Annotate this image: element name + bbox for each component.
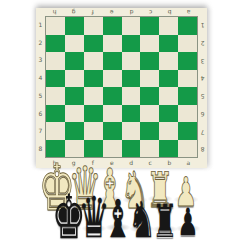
board-square <box>140 105 159 123</box>
coordinate-label: g <box>64 8 83 16</box>
board-square <box>84 52 103 70</box>
board-square <box>46 17 65 35</box>
board-square <box>178 35 197 53</box>
board-square <box>122 35 141 53</box>
board-squares <box>45 16 198 158</box>
chess-board: hgfedcba hgfedcba 12345678 12345678 <box>36 8 207 168</box>
coordinate-label: c <box>141 8 160 16</box>
coordinate-label: b <box>160 8 179 16</box>
board-square <box>84 17 103 35</box>
board-square <box>122 122 141 140</box>
coordinate-label: 5 <box>198 87 207 105</box>
board-square <box>46 105 65 123</box>
coordinate-label: 4 <box>198 69 207 87</box>
board-square <box>103 140 122 158</box>
board-square <box>178 70 197 88</box>
board-square <box>159 70 178 88</box>
board-square <box>103 35 122 53</box>
board-square <box>122 52 141 70</box>
board-square <box>122 105 141 123</box>
board-square <box>46 70 65 88</box>
file-labels-top: hgfedcba <box>45 8 198 16</box>
board-square <box>140 70 159 88</box>
board-square <box>159 52 178 70</box>
board-square <box>140 140 159 158</box>
board-square <box>84 105 103 123</box>
board-square <box>159 17 178 35</box>
black-pawn-piece: ♟ <box>168 204 209 240</box>
board-square <box>159 122 178 140</box>
board-square <box>103 87 122 105</box>
board-square <box>84 87 103 105</box>
board-square <box>178 140 197 158</box>
board-square <box>46 87 65 105</box>
board-square <box>122 140 141 158</box>
coordinate-label: 1 <box>36 16 45 34</box>
board-square <box>140 17 159 35</box>
board-square <box>122 17 141 35</box>
chess-set-product-photo: hgfedcba hgfedcba 12345678 12345678 ♚♛♝♞… <box>0 0 240 240</box>
board-square <box>103 122 122 140</box>
coordinate-label: 2 <box>36 34 45 52</box>
board-square <box>103 105 122 123</box>
board-square <box>122 87 141 105</box>
coordinate-label: f <box>83 8 102 16</box>
coordinate-label: h <box>45 8 64 16</box>
coordinate-label: 7 <box>36 123 45 141</box>
board-square <box>178 122 197 140</box>
coordinate-label: d <box>122 8 141 16</box>
coordinate-label: 6 <box>198 105 207 123</box>
board-square <box>140 87 159 105</box>
board-square <box>46 122 65 140</box>
board-square <box>65 35 84 53</box>
board-square <box>159 105 178 123</box>
board-square <box>46 52 65 70</box>
coordinate-label: a <box>179 158 198 168</box>
coordinate-label: 8 <box>198 140 207 158</box>
board-square <box>103 52 122 70</box>
rank-labels-right: 12345678 <box>198 16 207 158</box>
coordinate-label: 4 <box>36 69 45 87</box>
board-square <box>103 17 122 35</box>
board-square <box>159 140 178 158</box>
board-square <box>178 52 197 70</box>
coordinate-label: 2 <box>198 34 207 52</box>
coordinate-label: 7 <box>198 123 207 141</box>
board-square <box>178 17 197 35</box>
board-square <box>122 70 141 88</box>
board-square <box>140 35 159 53</box>
coordinate-label: 6 <box>36 105 45 123</box>
rank-labels-left: 12345678 <box>36 16 45 158</box>
board-square <box>159 87 178 105</box>
coordinate-label: 3 <box>198 52 207 70</box>
board-square <box>84 122 103 140</box>
coordinate-label: 3 <box>36 52 45 70</box>
coordinate-label: 5 <box>36 87 45 105</box>
coordinate-label: 1 <box>198 16 207 34</box>
board-square <box>84 70 103 88</box>
board-square <box>46 35 65 53</box>
board-square <box>178 105 197 123</box>
board-square <box>65 70 84 88</box>
board-square <box>65 105 84 123</box>
coordinate-label: e <box>102 8 121 16</box>
board-square <box>65 87 84 105</box>
board-square <box>103 70 122 88</box>
board-square <box>140 122 159 140</box>
coordinate-label: a <box>179 8 198 16</box>
board-square <box>140 52 159 70</box>
board-square <box>65 17 84 35</box>
board-square <box>65 122 84 140</box>
board-square <box>159 35 178 53</box>
board-square <box>84 35 103 53</box>
board-square <box>65 52 84 70</box>
board-square <box>178 87 197 105</box>
